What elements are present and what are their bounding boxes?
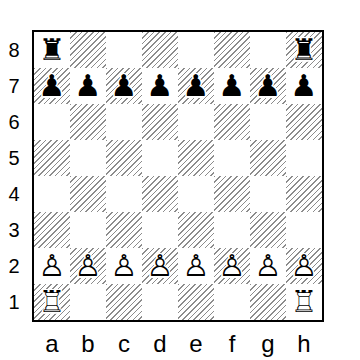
square-f3[interactable] (214, 212, 250, 248)
piece-white-pawn: ♙ (250, 248, 286, 284)
square-d3[interactable] (142, 212, 178, 248)
piece-black-pawn: ♟ (214, 68, 250, 104)
piece-halo: ♟ (250, 248, 286, 284)
piece-black-pawn: ♟ (106, 68, 142, 104)
square-e3[interactable] (178, 212, 214, 248)
rank-labels: 87654321 (0, 32, 28, 320)
square-b2[interactable]: ♟♙ (70, 248, 106, 284)
piece-black-pawn: ♟ (142, 68, 178, 104)
rank-label-7: 7 (0, 68, 28, 104)
piece-halo: ♟ (178, 68, 214, 104)
piece-halo: ♟ (214, 68, 250, 104)
board-frame: ♜♜♜♜♟♟♟♟♟♟♟♟♟♟♟♟♟♟♟♟♟♙♟♙♟♙♟♙♟♙♟♙♟♙♟♙♜♖♜♖ (32, 30, 324, 322)
piece-halo: ♜ (34, 32, 70, 68)
rank-label-2: 2 (0, 248, 28, 284)
square-a2[interactable]: ♟♙ (34, 248, 70, 284)
piece-white-rook: ♖ (286, 284, 322, 320)
file-labels: abcdefgh (34, 330, 322, 358)
piece-white-rook: ♖ (34, 284, 70, 320)
piece-halo: ♟ (70, 248, 106, 284)
square-f6[interactable] (214, 104, 250, 140)
file-label-b: b (70, 330, 106, 358)
file-label-a: a (34, 330, 70, 358)
square-f8[interactable] (214, 32, 250, 68)
piece-halo: ♟ (142, 248, 178, 284)
rank-label-8: 8 (0, 32, 28, 68)
square-a4[interactable] (34, 176, 70, 212)
square-e2[interactable]: ♟♙ (178, 248, 214, 284)
square-c6[interactable] (106, 104, 142, 140)
piece-halo: ♟ (106, 68, 142, 104)
piece-white-pawn: ♙ (34, 248, 70, 284)
square-g1[interactable] (250, 284, 286, 320)
square-h4[interactable] (286, 176, 322, 212)
piece-white-pawn: ♙ (142, 248, 178, 284)
square-e4[interactable] (178, 176, 214, 212)
square-g5[interactable] (250, 140, 286, 176)
square-g7[interactable]: ♟♟ (250, 68, 286, 104)
square-a7[interactable]: ♟♟ (34, 68, 70, 104)
square-e5[interactable] (178, 140, 214, 176)
square-e7[interactable]: ♟♟ (178, 68, 214, 104)
square-c5[interactable] (106, 140, 142, 176)
square-c2[interactable]: ♟♙ (106, 248, 142, 284)
piece-halo: ♟ (250, 68, 286, 104)
piece-halo: ♜ (286, 284, 322, 320)
square-h1[interactable]: ♜♖ (286, 284, 322, 320)
square-g2[interactable]: ♟♙ (250, 248, 286, 284)
piece-halo: ♟ (286, 248, 322, 284)
piece-halo: ♜ (34, 284, 70, 320)
square-d6[interactable] (142, 104, 178, 140)
piece-halo: ♟ (34, 68, 70, 104)
piece-white-pawn: ♙ (286, 248, 322, 284)
square-c4[interactable] (106, 176, 142, 212)
file-label-g: g (250, 330, 286, 358)
square-h2[interactable]: ♟♙ (286, 248, 322, 284)
piece-halo: ♟ (142, 68, 178, 104)
square-a6[interactable] (34, 104, 70, 140)
rank-label-6: 6 (0, 104, 28, 140)
piece-black-pawn: ♟ (286, 68, 322, 104)
square-d7[interactable]: ♟♟ (142, 68, 178, 104)
square-d8[interactable] (142, 32, 178, 68)
file-label-h: h (286, 330, 322, 358)
square-h6[interactable] (286, 104, 322, 140)
square-f4[interactable] (214, 176, 250, 212)
piece-halo: ♟ (106, 248, 142, 284)
square-e1[interactable] (178, 284, 214, 320)
square-c7[interactable]: ♟♟ (106, 68, 142, 104)
rank-label-4: 4 (0, 176, 28, 212)
piece-halo: ♟ (70, 68, 106, 104)
file-label-f: f (214, 330, 250, 358)
file-label-d: d (142, 330, 178, 358)
square-b5[interactable] (70, 140, 106, 176)
piece-halo: ♟ (178, 248, 214, 284)
board: ♜♜♜♜♟♟♟♟♟♟♟♟♟♟♟♟♟♟♟♟♟♙♟♙♟♙♟♙♟♙♟♙♟♙♟♙♜♖♜♖ (34, 32, 322, 320)
piece-halo: ♟ (214, 248, 250, 284)
rank-label-3: 3 (0, 212, 28, 248)
square-h8[interactable]: ♜♜ (286, 32, 322, 68)
square-g8[interactable] (250, 32, 286, 68)
square-g3[interactable] (250, 212, 286, 248)
file-label-e: e (178, 330, 214, 358)
piece-white-pawn: ♙ (178, 248, 214, 284)
piece-halo: ♜ (286, 32, 322, 68)
square-a3[interactable] (34, 212, 70, 248)
square-e8[interactable] (178, 32, 214, 68)
file-label-c: c (106, 330, 142, 358)
square-f7[interactable]: ♟♟ (214, 68, 250, 104)
piece-black-pawn: ♟ (70, 68, 106, 104)
square-b8[interactable] (70, 32, 106, 68)
square-b1[interactable] (70, 284, 106, 320)
square-b3[interactable] (70, 212, 106, 248)
piece-halo: ♟ (286, 68, 322, 104)
square-h5[interactable] (286, 140, 322, 176)
square-h7[interactable]: ♟♟ (286, 68, 322, 104)
rank-label-1: 1 (0, 284, 28, 320)
square-f1[interactable] (214, 284, 250, 320)
square-d5[interactable] (142, 140, 178, 176)
square-c1[interactable] (106, 284, 142, 320)
square-c8[interactable] (106, 32, 142, 68)
square-g4[interactable] (250, 176, 286, 212)
piece-black-pawn: ♟ (34, 68, 70, 104)
piece-white-pawn: ♙ (70, 248, 106, 284)
piece-halo: ♟ (34, 248, 70, 284)
square-a8[interactable]: ♜♜ (34, 32, 70, 68)
piece-white-pawn: ♙ (214, 248, 250, 284)
piece-black-pawn: ♟ (250, 68, 286, 104)
square-a1[interactable]: ♜♖ (34, 284, 70, 320)
square-b7[interactable]: ♟♟ (70, 68, 106, 104)
piece-black-pawn: ♟ (178, 68, 214, 104)
square-d1[interactable] (142, 284, 178, 320)
square-f2[interactable]: ♟♙ (214, 248, 250, 284)
chess-diagram: 87654321 ♜♜♜♜♟♟♟♟♟♟♟♟♟♟♟♟♟♟♟♟♟♙♟♙♟♙♟♙♟♙♟… (0, 0, 360, 360)
square-e6[interactable] (178, 104, 214, 140)
square-b4[interactable] (70, 176, 106, 212)
square-g6[interactable] (250, 104, 286, 140)
square-c3[interactable] (106, 212, 142, 248)
piece-black-rook: ♜ (34, 32, 70, 68)
piece-white-pawn: ♙ (106, 248, 142, 284)
piece-black-rook: ♜ (286, 32, 322, 68)
square-h3[interactable] (286, 212, 322, 248)
square-d4[interactable] (142, 176, 178, 212)
rank-label-5: 5 (0, 140, 28, 176)
square-f5[interactable] (214, 140, 250, 176)
square-d2[interactable]: ♟♙ (142, 248, 178, 284)
square-a5[interactable] (34, 140, 70, 176)
square-b6[interactable] (70, 104, 106, 140)
